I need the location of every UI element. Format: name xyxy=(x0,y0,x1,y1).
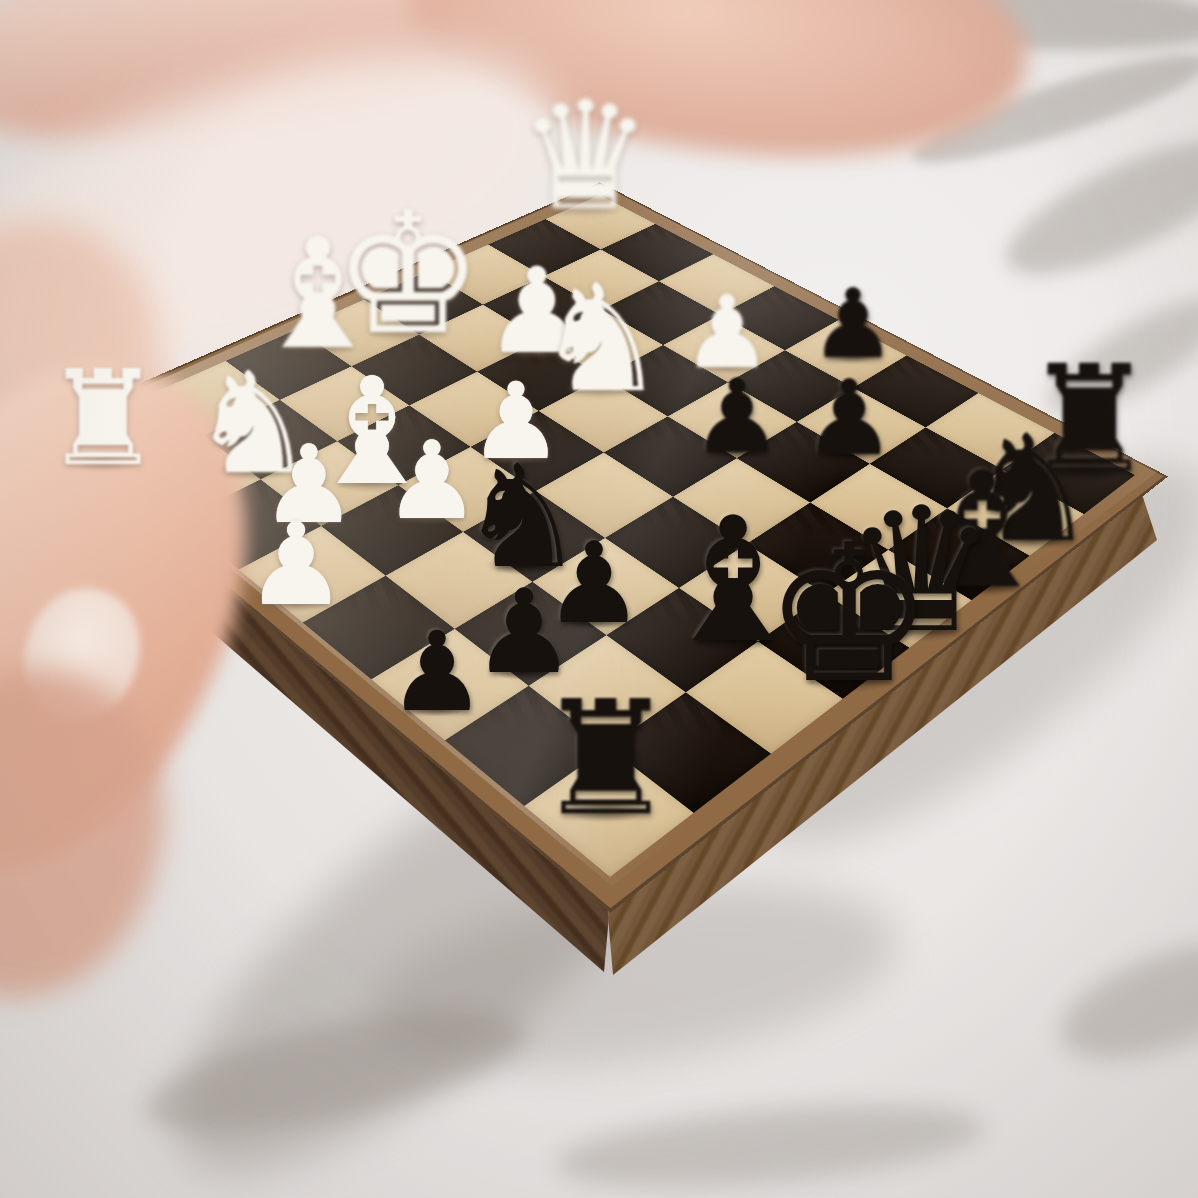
piece-black-pawn-h6: ♟ xyxy=(388,617,487,727)
piece-white-queen-a1: ♛ xyxy=(518,81,652,231)
photo-scene: ♛♚♝♜♞♝♞♟♟♟♟♟♟♜♞♝♛♚♝♞♜♟♟♟♟♟♟ xyxy=(0,0,1198,1198)
piece-black-king-e8: ♚ xyxy=(764,520,934,710)
piece-white-pawn-h4: ♟ xyxy=(245,508,347,622)
piece-black-pawn-b6: ♟ xyxy=(802,366,895,470)
pieces-layer: ♛♚♝♜♞♝♞♟♟♟♟♟♟♜♞♝♛♚♝♞♜♟♟♟♟♟♟ xyxy=(0,0,1198,1198)
piece-white-rook-h1: ♜ xyxy=(44,352,162,484)
piece-black-pawn-c5: ♟ xyxy=(691,366,782,468)
piece-black-rook-h8: ♜ xyxy=(535,679,677,837)
